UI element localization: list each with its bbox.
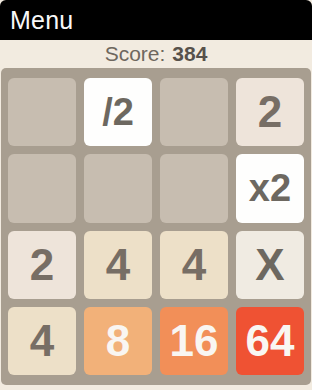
top-bar: Menu	[0, 0, 312, 40]
cell-r2c3	[160, 154, 228, 222]
cell-r3c1: 2	[8, 231, 76, 299]
cell-r1c3	[160, 78, 228, 146]
cell-r1c4: 2	[236, 78, 304, 146]
cell-r3c3: 4	[160, 231, 228, 299]
cell-r2c4: x2	[236, 154, 304, 222]
cell-r3c2: 4	[84, 231, 152, 299]
cell-r1c1	[8, 78, 76, 146]
cell-r4c1: 4	[8, 307, 76, 375]
game-board[interactable]: /2 2 x2 2 4 4 X 4 8 16 64	[1, 68, 311, 385]
cell-r4c3: 16	[160, 307, 228, 375]
cell-r2c2	[84, 154, 152, 222]
cell-r1c2: /2	[84, 78, 152, 146]
menu-button[interactable]: Menu	[10, 8, 73, 33]
score-label: Score:	[105, 42, 166, 66]
cell-r4c4: 64	[236, 307, 304, 375]
cell-r4c2: 8	[84, 307, 152, 375]
score-bar: Score: 384	[0, 40, 312, 68]
cell-r2c1	[8, 154, 76, 222]
cell-r3c4: X	[236, 231, 304, 299]
score-value: 384	[172, 42, 207, 66]
